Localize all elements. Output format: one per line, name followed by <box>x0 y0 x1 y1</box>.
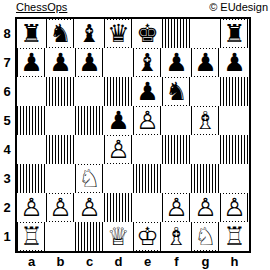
file-label-b: b <box>46 254 75 269</box>
square-g2[interactable]: ♙ <box>191 193 220 222</box>
white-rook-icon: ♖ <box>19 223 43 250</box>
black-pawn-icon: ♟ <box>107 107 129 134</box>
square-h3[interactable] <box>220 164 249 193</box>
square-g5[interactable]: ♗ <box>191 106 220 135</box>
square-f8[interactable] <box>162 19 191 48</box>
square-h1[interactable]: ♖ <box>220 222 249 251</box>
black-king-icon: ♚ <box>136 20 158 47</box>
file-label-d: d <box>104 254 133 269</box>
square-h4[interactable] <box>220 135 249 164</box>
black-bishop-icon: ♝ <box>135 49 159 76</box>
black-pawn-icon: ♟ <box>223 49 245 76</box>
black-queen-icon: ♛ <box>106 20 130 47</box>
rank-label-8: 8 <box>0 19 14 48</box>
white-pawn-icon: ♙ <box>164 194 188 221</box>
square-b1[interactable] <box>46 222 75 251</box>
chess-board: ♜♞♝♛♚♜♟♟♟♝♟♟♟♟♞♟♙♗♙♘♙♙♙♙♙♙♖♕♔♗♘♖ <box>15 17 251 253</box>
square-g4[interactable] <box>191 135 220 164</box>
white-rook-icon: ♖ <box>223 223 245 250</box>
file-label-g: g <box>191 254 220 269</box>
white-bishop-icon: ♗ <box>165 223 187 250</box>
square-a5[interactable] <box>17 106 46 135</box>
square-g8[interactable] <box>191 19 220 48</box>
square-b5[interactable] <box>46 106 75 135</box>
black-knight-icon: ♞ <box>164 78 188 105</box>
square-a7[interactable]: ♟ <box>17 48 46 77</box>
rank-label-1: 1 <box>0 222 14 251</box>
square-b7[interactable]: ♟ <box>46 48 75 77</box>
white-pawn-icon: ♙ <box>222 194 246 221</box>
chessops-window: ChessOps © EUdesign 87654321 ♜♞♝♛♚♜♟♟♟♝♟… <box>0 0 270 270</box>
square-e6[interactable]: ♟ <box>133 77 162 106</box>
square-c6[interactable] <box>75 77 104 106</box>
file-label-e: e <box>133 254 162 269</box>
square-c2[interactable]: ♙ <box>75 193 104 222</box>
rank-labels: 87654321 <box>0 19 14 251</box>
black-knight-icon: ♞ <box>48 20 72 47</box>
square-g1[interactable]: ♘ <box>191 222 220 251</box>
square-f7[interactable]: ♟ <box>162 48 191 77</box>
square-e8[interactable]: ♚ <box>133 19 162 48</box>
square-d2[interactable] <box>104 193 133 222</box>
square-c1[interactable] <box>75 222 104 251</box>
file-label-f: f <box>162 254 191 269</box>
square-a1[interactable]: ♖ <box>17 222 46 251</box>
app-title-link[interactable]: ChessOps <box>16 1 67 13</box>
square-h5[interactable] <box>220 106 249 135</box>
square-c5[interactable] <box>75 106 104 135</box>
rank-label-3: 3 <box>0 164 14 193</box>
white-pawn-icon: ♙ <box>20 194 42 221</box>
black-pawn-icon: ♟ <box>165 49 187 76</box>
white-king-icon: ♔ <box>135 223 159 250</box>
square-g6[interactable] <box>191 77 220 106</box>
white-queen-icon: ♕ <box>107 223 129 250</box>
square-b4[interactable] <box>46 135 75 164</box>
square-f3[interactable] <box>162 164 191 193</box>
black-pawn-icon: ♟ <box>49 49 71 76</box>
square-g7[interactable]: ♟ <box>191 48 220 77</box>
square-f5[interactable] <box>162 106 191 135</box>
white-pawn-icon: ♙ <box>135 107 159 134</box>
square-d4[interactable]: ♙ <box>104 135 133 164</box>
file-labels: abcdefgh <box>17 254 249 268</box>
square-f1[interactable]: ♗ <box>162 222 191 251</box>
file-label-a: a <box>17 254 46 269</box>
square-e5[interactable]: ♙ <box>133 106 162 135</box>
square-a3[interactable] <box>17 164 46 193</box>
white-knight-icon: ♘ <box>193 223 217 250</box>
rank-label-7: 7 <box>0 48 14 77</box>
square-f2[interactable]: ♙ <box>162 193 191 222</box>
square-d7[interactable] <box>104 48 133 77</box>
square-b2[interactable]: ♙ <box>46 193 75 222</box>
square-d1[interactable]: ♕ <box>104 222 133 251</box>
square-b3[interactable] <box>46 164 75 193</box>
square-a2[interactable]: ♙ <box>17 193 46 222</box>
square-b8[interactable]: ♞ <box>46 19 75 48</box>
rank-label-6: 6 <box>0 77 14 106</box>
black-pawn-icon: ♟ <box>193 49 217 76</box>
header-bar: ChessOps © EUdesign <box>16 1 268 14</box>
square-f6[interactable]: ♞ <box>162 77 191 106</box>
rank-label-5: 5 <box>0 106 14 135</box>
file-label-h: h <box>220 254 249 269</box>
square-c4[interactable] <box>75 135 104 164</box>
square-e2[interactable] <box>133 193 162 222</box>
square-h7[interactable]: ♟ <box>220 48 249 77</box>
black-pawn-icon: ♟ <box>136 78 158 105</box>
black-pawn-icon: ♟ <box>19 49 43 76</box>
square-e3[interactable] <box>133 164 162 193</box>
black-rook-icon: ♜ <box>222 20 246 47</box>
square-c8[interactable]: ♝ <box>75 19 104 48</box>
square-c7[interactable]: ♟ <box>75 48 104 77</box>
file-label-c: c <box>75 254 104 269</box>
white-bishop-icon: ♗ <box>193 107 217 134</box>
square-h6[interactable] <box>220 77 249 106</box>
square-d6[interactable] <box>104 77 133 106</box>
square-a4[interactable] <box>17 135 46 164</box>
copyright-text: © EUdesign <box>209 1 268 13</box>
square-e7[interactable]: ♝ <box>133 48 162 77</box>
square-g3[interactable] <box>191 164 220 193</box>
rank-label-2: 2 <box>0 193 14 222</box>
white-pawn-icon: ♙ <box>106 136 130 163</box>
square-f4[interactable] <box>162 135 191 164</box>
square-h8[interactable]: ♜ <box>220 19 249 48</box>
square-h2[interactable]: ♙ <box>220 193 249 222</box>
black-bishop-icon: ♝ <box>78 20 100 47</box>
square-a6[interactable] <box>17 77 46 106</box>
square-b6[interactable] <box>46 77 75 106</box>
white-knight-icon: ♘ <box>77 165 101 192</box>
white-pawn-icon: ♙ <box>78 194 100 221</box>
rank-label-4: 4 <box>0 135 14 164</box>
square-c3[interactable]: ♘ <box>75 164 104 193</box>
white-pawn-icon: ♙ <box>48 194 72 221</box>
black-pawn-icon: ♟ <box>77 49 101 76</box>
square-d5[interactable]: ♟ <box>104 106 133 135</box>
square-d3[interactable] <box>104 164 133 193</box>
black-rook-icon: ♜ <box>20 20 42 47</box>
white-pawn-icon: ♙ <box>194 194 216 221</box>
square-a8[interactable]: ♜ <box>17 19 46 48</box>
square-e4[interactable] <box>133 135 162 164</box>
square-e1[interactable]: ♔ <box>133 222 162 251</box>
square-d8[interactable]: ♛ <box>104 19 133 48</box>
